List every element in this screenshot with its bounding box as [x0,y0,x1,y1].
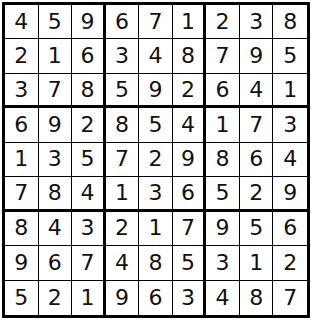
cell-r2c5[interactable]: 4 [139,39,173,73]
cell-r8c8[interactable]: 1 [240,246,274,280]
cell-r5c5[interactable]: 2 [139,143,173,177]
cell-r2c7[interactable]: 7 [206,39,240,73]
cell-r7c1[interactable]: 8 [5,212,39,246]
cell-r9c7[interactable]: 4 [206,281,240,315]
sudoku-board: 4596712382163487953785926416928541731357… [2,2,310,318]
cell-r9c4[interactable]: 9 [106,281,140,315]
cell-r5c1[interactable]: 1 [5,143,39,177]
cell-r8c7[interactable]: 3 [206,246,240,280]
cell-r8c6[interactable]: 5 [173,246,207,280]
cell-r8c1[interactable]: 9 [5,246,39,280]
sudoku-page: 4596712382163487953785926416928541731357… [0,0,312,320]
cell-r1c5[interactable]: 7 [139,5,173,39]
cell-r6c1[interactable]: 7 [5,177,39,211]
cell-r2c9[interactable]: 5 [273,39,307,73]
cell-r5c7[interactable]: 8 [206,143,240,177]
cell-r9c8[interactable]: 8 [240,281,274,315]
cell-r5c3[interactable]: 5 [72,143,106,177]
cell-r8c4[interactable]: 4 [106,246,140,280]
cell-r4c2[interactable]: 9 [39,108,73,142]
cell-r6c4[interactable]: 1 [106,177,140,211]
cell-r2c2[interactable]: 1 [39,39,73,73]
cell-r3c6[interactable]: 2 [173,74,207,108]
cell-r7c5[interactable]: 1 [139,212,173,246]
cell-r5c9[interactable]: 4 [273,143,307,177]
cell-r7c8[interactable]: 5 [240,212,274,246]
cell-r3c9[interactable]: 1 [273,74,307,108]
cell-r1c7[interactable]: 2 [206,5,240,39]
cell-r3c5[interactable]: 9 [139,74,173,108]
cell-r7c2[interactable]: 4 [39,212,73,246]
cell-r6c7[interactable]: 5 [206,177,240,211]
cell-r2c1[interactable]: 2 [5,39,39,73]
cell-r6c9[interactable]: 9 [273,177,307,211]
cell-r9c2[interactable]: 2 [39,281,73,315]
cell-r8c3[interactable]: 7 [72,246,106,280]
cell-r4c3[interactable]: 2 [72,108,106,142]
cell-r6c2[interactable]: 8 [39,177,73,211]
cell-r3c7[interactable]: 6 [206,74,240,108]
cell-r5c4[interactable]: 7 [106,143,140,177]
cell-r9c6[interactable]: 3 [173,281,207,315]
cell-r1c2[interactable]: 5 [39,5,73,39]
cell-r3c3[interactable]: 8 [72,74,106,108]
cell-r1c4[interactable]: 6 [106,5,140,39]
cell-r2c6[interactable]: 8 [173,39,207,73]
cell-r5c6[interactable]: 9 [173,143,207,177]
cell-r4c1[interactable]: 6 [5,108,39,142]
cell-r3c4[interactable]: 5 [106,74,140,108]
cell-r3c2[interactable]: 7 [39,74,73,108]
cell-r5c2[interactable]: 3 [39,143,73,177]
cell-r3c1[interactable]: 3 [5,74,39,108]
cell-r4c7[interactable]: 1 [206,108,240,142]
cell-r1c9[interactable]: 8 [273,5,307,39]
cell-r8c2[interactable]: 6 [39,246,73,280]
cell-r7c6[interactable]: 7 [173,212,207,246]
cell-r6c5[interactable]: 3 [139,177,173,211]
cell-r5c8[interactable]: 6 [240,143,274,177]
cell-r1c3[interactable]: 9 [72,5,106,39]
cell-r1c6[interactable]: 1 [173,5,207,39]
cell-r4c8[interactable]: 7 [240,108,274,142]
cell-r6c8[interactable]: 2 [240,177,274,211]
cell-r9c9[interactable]: 7 [273,281,307,315]
cell-r7c9[interactable]: 6 [273,212,307,246]
cell-r2c4[interactable]: 3 [106,39,140,73]
cell-r4c9[interactable]: 3 [273,108,307,142]
cell-r8c5[interactable]: 8 [139,246,173,280]
cell-r3c8[interactable]: 4 [240,74,274,108]
cell-r2c8[interactable]: 9 [240,39,274,73]
cell-r7c7[interactable]: 9 [206,212,240,246]
cell-r1c1[interactable]: 4 [5,5,39,39]
cell-r7c4[interactable]: 2 [106,212,140,246]
cell-r6c3[interactable]: 4 [72,177,106,211]
cell-r4c5[interactable]: 5 [139,108,173,142]
cell-r4c6[interactable]: 4 [173,108,207,142]
cell-r1c8[interactable]: 3 [240,5,274,39]
cell-r6c6[interactable]: 6 [173,177,207,211]
cell-r9c1[interactable]: 5 [5,281,39,315]
cell-r4c4[interactable]: 8 [106,108,140,142]
cell-r9c5[interactable]: 6 [139,281,173,315]
cell-r2c3[interactable]: 6 [72,39,106,73]
cell-r8c9[interactable]: 2 [273,246,307,280]
cell-r9c3[interactable]: 1 [72,281,106,315]
cell-r7c3[interactable]: 3 [72,212,106,246]
